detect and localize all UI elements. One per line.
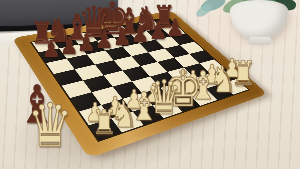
piece-black-pawn-c7[interactable]: ♟ [77, 31, 95, 55]
piece-white-queen-offboard[interactable]: ♛ [27, 95, 73, 155]
piece-black-pawn-f7[interactable]: ♟ [131, 22, 149, 46]
piece-black-pawn-e7[interactable]: ♟ [113, 25, 131, 49]
piece-black-pawn-a7[interactable]: ♟ [42, 37, 60, 61]
piece-black-pawn-h7[interactable]: ♟ [166, 16, 184, 40]
piece-black-pawn-d7[interactable]: ♟ [95, 28, 113, 52]
piece-white-rook-a1[interactable]: ♜ [91, 106, 117, 140]
piece-black-pawn-g7[interactable]: ♟ [148, 19, 166, 43]
piece-black-pawn-b7[interactable]: ♟ [59, 34, 77, 58]
